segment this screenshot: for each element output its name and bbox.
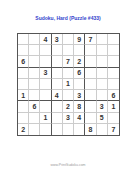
cell-r3c4[interactable]	[52, 56, 63, 67]
cell-r1c2[interactable]	[29, 34, 40, 45]
cell-r1c4[interactable]: 3	[52, 34, 63, 45]
cell-r5c1[interactable]	[18, 79, 29, 90]
cell-r3c2[interactable]	[29, 56, 40, 67]
cell-r8c9[interactable]	[108, 113, 119, 124]
cell-r8c7[interactable]	[85, 113, 96, 124]
cell-r4c2[interactable]	[29, 68, 40, 79]
cell-r6c7[interactable]	[85, 90, 96, 101]
cell-r9c6[interactable]	[74, 124, 85, 135]
cell-r3c8[interactable]	[97, 56, 108, 67]
cell-r8c2[interactable]	[29, 113, 40, 124]
cell-r3c9[interactable]	[108, 56, 119, 67]
cell-r5c6[interactable]	[74, 79, 85, 90]
cell-r1c9[interactable]	[108, 34, 119, 45]
cell-r9c3[interactable]	[40, 124, 51, 135]
page-title: Sudoku, Hard (Puzzle #433)	[0, 15, 136, 21]
cell-r9c7[interactable]: 8	[85, 124, 96, 135]
cell-r9c9[interactable]: 7	[108, 124, 119, 135]
cell-r2c9[interactable]	[108, 45, 119, 56]
cell-r9c4[interactable]	[52, 124, 63, 135]
sudoku-page: Sudoku, Hard (Puzzle #433) 4397672361143…	[0, 0, 136, 176]
cell-r1c8[interactable]	[97, 34, 108, 45]
cell-r6c5[interactable]	[63, 90, 74, 101]
cell-r4c1[interactable]	[18, 68, 29, 79]
cell-r9c5[interactable]	[63, 124, 74, 135]
cell-r6c4[interactable]: 4	[52, 90, 63, 101]
cell-r8c8[interactable]: 5	[97, 113, 108, 124]
cell-r7c4[interactable]	[52, 101, 63, 112]
cell-r6c6[interactable]: 3	[74, 90, 85, 101]
cell-r5c5[interactable]: 1	[63, 79, 74, 90]
cell-r5c8[interactable]	[97, 79, 108, 90]
cell-r2c3[interactable]	[40, 45, 51, 56]
cell-r1c1[interactable]	[18, 34, 29, 45]
cell-r7c2[interactable]: 6	[29, 101, 40, 112]
cell-r2c8[interactable]	[97, 45, 108, 56]
cell-r3c1[interactable]: 6	[18, 56, 29, 67]
cell-r6c2[interactable]	[29, 90, 40, 101]
cell-r8c5[interactable]: 3	[63, 113, 74, 124]
cell-r2c1[interactable]	[18, 45, 29, 56]
cell-r5c2[interactable]	[29, 79, 40, 90]
cell-r7c3[interactable]	[40, 101, 51, 112]
cell-r3c3[interactable]	[40, 56, 51, 67]
cell-r7c6[interactable]: 8	[74, 101, 85, 112]
cell-r4c7[interactable]	[85, 68, 96, 79]
cell-r4c4[interactable]	[52, 68, 63, 79]
cell-r8c3[interactable]: 1	[40, 113, 51, 124]
cell-r2c6[interactable]	[74, 45, 85, 56]
cell-r8c4[interactable]	[52, 113, 63, 124]
cell-r1c3[interactable]: 4	[40, 34, 51, 45]
cell-r8c6[interactable]: 4	[74, 113, 85, 124]
cell-r6c3[interactable]	[40, 90, 51, 101]
cell-r7c9[interactable]: 1	[108, 101, 119, 112]
cell-r4c3[interactable]: 3	[40, 68, 51, 79]
cell-r6c1[interactable]: 1	[18, 90, 29, 101]
cell-r2c2[interactable]	[29, 45, 40, 56]
cell-r3c5[interactable]: 7	[63, 56, 74, 67]
sudoku-grid: 43976723611436628311345287	[17, 33, 120, 136]
cell-r7c8[interactable]: 3	[97, 101, 108, 112]
cell-r7c1[interactable]	[18, 101, 29, 112]
cell-r5c7[interactable]	[85, 79, 96, 90]
cell-r2c5[interactable]	[63, 45, 74, 56]
cell-r5c3[interactable]	[40, 79, 51, 90]
footer-url: www.PrintSudoku.com	[0, 163, 136, 167]
cell-r4c6[interactable]: 6	[74, 68, 85, 79]
cell-r9c2[interactable]	[29, 124, 40, 135]
cell-r7c7[interactable]	[85, 101, 96, 112]
cell-r1c6[interactable]: 9	[74, 34, 85, 45]
cell-r1c5[interactable]	[63, 34, 74, 45]
cell-r5c4[interactable]	[52, 79, 63, 90]
cell-r2c7[interactable]	[85, 45, 96, 56]
cell-r4c8[interactable]	[97, 68, 108, 79]
cell-r9c1[interactable]: 2	[18, 124, 29, 135]
cell-r6c9[interactable]: 6	[108, 90, 119, 101]
cell-r9c8[interactable]	[97, 124, 108, 135]
cell-r7c5[interactable]: 2	[63, 101, 74, 112]
cell-r2c4[interactable]	[52, 45, 63, 56]
cell-r4c9[interactable]	[108, 68, 119, 79]
cell-r8c1[interactable]	[18, 113, 29, 124]
cell-r3c7[interactable]	[85, 56, 96, 67]
cell-r4c5[interactable]	[63, 68, 74, 79]
cell-r5c9[interactable]	[108, 79, 119, 90]
cell-r1c7[interactable]: 7	[85, 34, 96, 45]
cell-r6c8[interactable]	[97, 90, 108, 101]
cell-r3c6[interactable]: 2	[74, 56, 85, 67]
